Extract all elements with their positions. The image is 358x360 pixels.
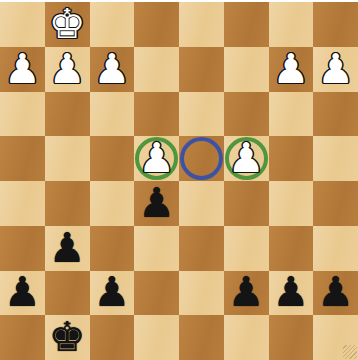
black-pawn[interactable]: ♟ bbox=[4, 272, 41, 313]
square-b6[interactable] bbox=[269, 226, 314, 271]
square-a7[interactable]: ♟ bbox=[313, 271, 358, 316]
square-f8[interactable] bbox=[90, 315, 135, 360]
white-pawn[interactable]: ♟ bbox=[4, 49, 41, 90]
chess-board: ♚♟♟♟♟♟♟♟♟♟♟♟♟♟♟♚ bbox=[0, 2, 358, 360]
white-pawn[interactable]: ♟ bbox=[272, 49, 309, 90]
square-a5[interactable] bbox=[313, 181, 358, 226]
square-a6[interactable] bbox=[313, 226, 358, 271]
square-d2[interactable] bbox=[179, 47, 224, 92]
square-a2[interactable]: ♟ bbox=[313, 47, 358, 92]
white-king[interactable]: ♚ bbox=[49, 4, 86, 45]
square-b7[interactable]: ♟ bbox=[269, 271, 314, 316]
square-h8[interactable] bbox=[0, 315, 45, 360]
square-g2[interactable]: ♟ bbox=[45, 47, 90, 92]
square-e1[interactable] bbox=[134, 2, 179, 47]
square-b1[interactable] bbox=[269, 2, 314, 47]
square-b3[interactable] bbox=[269, 92, 314, 137]
black-pawn[interactable]: ♟ bbox=[49, 228, 86, 269]
square-f3[interactable] bbox=[90, 92, 135, 137]
square-e7[interactable] bbox=[134, 271, 179, 316]
chess-diagram: ♚♟♟♟♟♟♟♟♟♟♟♟♟♟♟♚ bbox=[0, 0, 358, 360]
resize-handle-icon bbox=[343, 345, 357, 359]
square-c7[interactable]: ♟ bbox=[224, 271, 269, 316]
square-c5[interactable] bbox=[224, 181, 269, 226]
square-h5[interactable] bbox=[0, 181, 45, 226]
square-a1[interactable] bbox=[313, 2, 358, 47]
white-pawn[interactable]: ♟ bbox=[93, 49, 130, 90]
square-e8[interactable] bbox=[134, 315, 179, 360]
square-e3[interactable] bbox=[134, 92, 179, 137]
square-d6[interactable] bbox=[179, 226, 224, 271]
white-pawn[interactable]: ♟ bbox=[228, 138, 265, 179]
square-b2[interactable]: ♟ bbox=[269, 47, 314, 92]
square-b8[interactable] bbox=[269, 315, 314, 360]
square-b4[interactable] bbox=[269, 136, 314, 181]
square-g7[interactable] bbox=[45, 271, 90, 316]
square-a4[interactable] bbox=[313, 136, 358, 181]
square-h7[interactable]: ♟ bbox=[0, 271, 45, 316]
square-h3[interactable] bbox=[0, 92, 45, 137]
square-g1[interactable]: ♚ bbox=[45, 2, 90, 47]
square-f5[interactable] bbox=[90, 181, 135, 226]
square-d8[interactable] bbox=[179, 315, 224, 360]
square-h2[interactable]: ♟ bbox=[0, 47, 45, 92]
square-h1[interactable] bbox=[0, 2, 45, 47]
square-h4[interactable] bbox=[0, 136, 45, 181]
square-g5[interactable] bbox=[45, 181, 90, 226]
square-f1[interactable] bbox=[90, 2, 135, 47]
square-e6[interactable] bbox=[134, 226, 179, 271]
white-pawn[interactable]: ♟ bbox=[317, 49, 354, 90]
blue-circle-annotation-d4 bbox=[180, 137, 223, 180]
white-pawn[interactable]: ♟ bbox=[49, 49, 86, 90]
square-c6[interactable] bbox=[224, 226, 269, 271]
square-h6[interactable] bbox=[0, 226, 45, 271]
square-c8[interactable] bbox=[224, 315, 269, 360]
square-d7[interactable] bbox=[179, 271, 224, 316]
black-pawn[interactable]: ♟ bbox=[317, 272, 354, 313]
square-c3[interactable] bbox=[224, 92, 269, 137]
square-d4[interactable] bbox=[179, 136, 224, 181]
square-c1[interactable] bbox=[224, 2, 269, 47]
black-pawn[interactable]: ♟ bbox=[272, 272, 309, 313]
square-d3[interactable] bbox=[179, 92, 224, 137]
square-b5[interactable] bbox=[269, 181, 314, 226]
square-c2[interactable] bbox=[224, 47, 269, 92]
square-g4[interactable] bbox=[45, 136, 90, 181]
square-g3[interactable] bbox=[45, 92, 90, 137]
square-f2[interactable]: ♟ bbox=[90, 47, 135, 92]
square-f7[interactable]: ♟ bbox=[90, 271, 135, 316]
black-pawn[interactable]: ♟ bbox=[93, 272, 130, 313]
square-e5[interactable]: ♟ bbox=[134, 181, 179, 226]
square-f6[interactable] bbox=[90, 226, 135, 271]
white-pawn[interactable]: ♟ bbox=[138, 138, 175, 179]
square-e4[interactable]: ♟ bbox=[134, 136, 179, 181]
square-d1[interactable] bbox=[179, 2, 224, 47]
square-e2[interactable] bbox=[134, 47, 179, 92]
square-c4[interactable]: ♟ bbox=[224, 136, 269, 181]
square-f4[interactable] bbox=[90, 136, 135, 181]
black-pawn[interactable]: ♟ bbox=[138, 183, 175, 224]
black-king[interactable]: ♚ bbox=[49, 317, 86, 358]
square-g6[interactable]: ♟ bbox=[45, 226, 90, 271]
black-pawn[interactable]: ♟ bbox=[228, 272, 265, 313]
square-g8[interactable]: ♚ bbox=[45, 315, 90, 360]
square-d5[interactable] bbox=[179, 181, 224, 226]
square-a3[interactable] bbox=[313, 92, 358, 137]
